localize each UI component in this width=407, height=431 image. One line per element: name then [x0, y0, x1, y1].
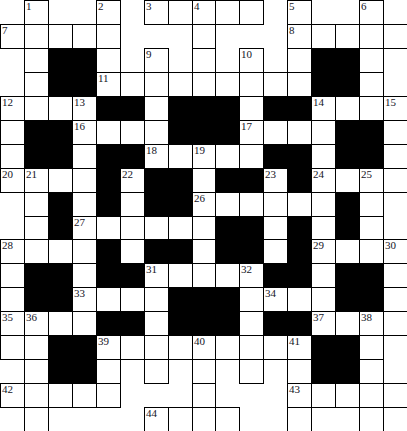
grid-cell[interactable] [24, 96, 49, 121]
clue-number: 8 [289, 25, 295, 36]
grid-cell[interactable]: 36 [24, 311, 49, 336]
clue-number: 12 [2, 97, 13, 108]
black-cell [335, 359, 360, 384]
grid-cell[interactable] [96, 287, 121, 312]
grid-cell[interactable] [48, 168, 73, 193]
grid-cell[interactable] [263, 120, 288, 145]
black-cell [192, 96, 216, 121]
black-cell [287, 311, 312, 336]
clue-number: 32 [241, 264, 252, 275]
grid-cell[interactable] [168, 263, 193, 288]
black-cell [215, 287, 240, 312]
grid-cell[interactable]: 14 [311, 96, 336, 121]
grid-cell[interactable]: 6 [359, 0, 384, 25]
grid-cell[interactable] [287, 407, 312, 431]
grid-cell[interactable]: 25 [359, 168, 384, 193]
black-cell [311, 359, 336, 384]
grid-cell[interactable]: 15 [383, 96, 407, 121]
grid-cell[interactable] [24, 72, 49, 97]
black-cell [359, 287, 384, 312]
grid-cell[interactable] [192, 407, 216, 431]
clue-number: 14 [313, 97, 324, 108]
clue-number: 13 [74, 97, 85, 108]
grid-cell[interactable]: 43 [287, 383, 312, 408]
black-cell [335, 192, 360, 217]
black-cell [263, 144, 288, 169]
grid-cell[interactable] [120, 239, 145, 264]
grid-cell[interactable] [144, 96, 169, 121]
grid-cell[interactable] [168, 72, 193, 97]
grid-cell[interactable] [215, 72, 240, 97]
grid-cell[interactable] [239, 359, 264, 384]
grid-cell[interactable]: 29 [311, 239, 336, 264]
black-cell [215, 168, 240, 193]
grid-cell[interactable] [311, 24, 336, 49]
grid-cell[interactable]: 19 [192, 144, 216, 169]
grid-cell[interactable] [24, 335, 49, 360]
grid-cell[interactable] [239, 144, 264, 169]
grid-cell[interactable] [168, 216, 193, 240]
grid-cell[interactable]: 2 [96, 0, 121, 25]
grid-cell[interactable] [263, 216, 288, 240]
black-cell [48, 287, 73, 312]
black-cell [48, 263, 73, 288]
clue-number: 35 [2, 312, 13, 323]
grid-cell[interactable] [239, 311, 264, 336]
grid-cell[interactable] [144, 335, 169, 360]
clue-number: 36 [26, 312, 37, 323]
grid-cell[interactable] [120, 120, 145, 145]
grid-cell[interactable] [192, 48, 216, 73]
black-cell [48, 192, 73, 217]
grid-cell[interactable] [239, 287, 264, 312]
grid-cell[interactable] [335, 24, 360, 49]
grid-cell[interactable] [120, 287, 145, 312]
black-cell [215, 96, 240, 121]
grid-cell[interactable] [144, 216, 169, 240]
clue-number: 41 [289, 336, 300, 347]
grid-cell[interactable]: 26 [192, 192, 216, 217]
grid-cell[interactable]: 30 [383, 239, 407, 264]
black-cell [96, 168, 121, 193]
clue-number: 17 [241, 121, 252, 132]
grid-cell[interactable] [192, 239, 216, 264]
black-cell [192, 311, 216, 336]
grid-cell[interactable] [215, 263, 240, 288]
grid-cell[interactable] [24, 383, 49, 408]
grid-cell[interactable] [96, 48, 121, 73]
black-cell [144, 192, 169, 217]
clue-number: 16 [74, 121, 85, 132]
black-cell [72, 48, 97, 73]
black-cell [239, 168, 264, 193]
grid-cell[interactable]: 12 [0, 96, 25, 121]
grid-cell[interactable] [120, 216, 145, 240]
clue-number: 33 [74, 288, 85, 299]
black-cell [48, 335, 73, 360]
grid-cell[interactable] [287, 48, 312, 73]
grid-cell[interactable] [359, 383, 384, 408]
grid-cell[interactable] [239, 96, 264, 121]
black-cell [144, 168, 169, 193]
grid-cell[interactable] [239, 335, 264, 360]
black-cell [287, 239, 312, 264]
grid-cell[interactable]: 40 [192, 335, 216, 360]
black-cell [168, 120, 193, 145]
clue-number: 23 [265, 169, 276, 180]
grid-cell[interactable] [383, 24, 407, 49]
grid-cell[interactable] [192, 24, 216, 49]
grid-cell[interactable]: 3 [144, 0, 169, 25]
clue-number: 22 [122, 169, 133, 180]
black-cell [24, 263, 49, 288]
grid-cell[interactable] [144, 120, 169, 145]
grid-cell[interactable] [359, 192, 384, 217]
grid-cell[interactable] [287, 72, 312, 97]
black-cell [96, 96, 121, 121]
grid-cell[interactable] [215, 0, 240, 25]
grid-cell[interactable] [144, 72, 169, 97]
black-cell [287, 216, 312, 240]
grid-cell[interactable] [24, 359, 49, 384]
grid-cell[interactable] [383, 383, 407, 408]
grid-cell[interactable]: 37 [311, 311, 336, 336]
grid-cell[interactable] [72, 263, 97, 288]
grid-cell[interactable] [335, 96, 360, 121]
black-cell [48, 216, 73, 240]
grid-cell[interactable] [287, 120, 312, 145]
grid-cell[interactable] [168, 144, 193, 169]
grid-cell[interactable]: 9 [144, 48, 169, 73]
clue-number: 26 [194, 193, 205, 204]
grid-cell[interactable]: 20 [0, 168, 25, 193]
clue-number: 34 [265, 288, 276, 299]
grid-cell[interactable] [359, 407, 384, 431]
grid-cell[interactable]: 7 [0, 24, 25, 49]
black-cell [239, 239, 264, 264]
grid-cell[interactable] [24, 407, 49, 431]
black-cell [335, 48, 360, 73]
clue-number: 42 [2, 384, 13, 395]
grid-cell[interactable] [120, 72, 145, 97]
grid-cell[interactable]: 28 [0, 239, 25, 264]
black-cell [48, 359, 73, 384]
grid-cell[interactable] [72, 383, 97, 408]
grid-cell[interactable] [72, 168, 97, 193]
grid-cell[interactable] [0, 120, 25, 145]
black-cell [215, 239, 240, 264]
clue-number: 2 [98, 1, 104, 12]
black-cell [335, 144, 360, 169]
grid-cell[interactable]: 33 [72, 287, 97, 312]
clue-number: 11 [98, 73, 109, 84]
grid-cell[interactable] [359, 24, 384, 49]
grid-cell[interactable] [168, 0, 193, 25]
black-cell [168, 287, 193, 312]
grid-cell[interactable]: 35 [0, 311, 25, 336]
grid-cell[interactable] [359, 335, 384, 360]
clue-number: 43 [289, 384, 300, 395]
clue-number: 15 [385, 97, 396, 108]
grid-cell[interactable] [359, 239, 384, 264]
black-cell [287, 263, 312, 288]
grid-cell[interactable] [192, 263, 216, 288]
grid-cell[interactable] [311, 263, 336, 288]
black-cell [72, 72, 97, 97]
black-cell [48, 120, 73, 145]
grid-cell[interactable] [383, 263, 407, 288]
grid-cell[interactable]: 13 [72, 96, 97, 121]
black-cell [168, 192, 193, 217]
grid-cell[interactable]: 10 [239, 48, 264, 73]
black-cell [168, 96, 193, 121]
grid-cell[interactable] [24, 24, 49, 49]
grid-cell[interactable] [335, 383, 360, 408]
grid-cell[interactable]: 23 [263, 168, 288, 193]
black-cell [311, 48, 336, 73]
grid-cell[interactable] [359, 216, 384, 240]
crossword-grid: 1234567891011121314151617181920212223242… [0, 0, 407, 431]
grid-cell[interactable] [72, 144, 97, 169]
grid-cell[interactable] [383, 311, 407, 336]
grid-cell[interactable] [144, 359, 169, 384]
black-cell [335, 72, 360, 97]
grid-cell[interactable] [287, 359, 312, 384]
grid-cell[interactable] [287, 192, 312, 217]
grid-cell[interactable] [383, 144, 407, 169]
grid-cell[interactable] [263, 335, 288, 360]
black-cell [48, 144, 73, 169]
grid-cell[interactable]: 41 [287, 335, 312, 360]
grid-cell[interactable] [215, 192, 240, 217]
grid-cell[interactable]: 16 [72, 120, 97, 145]
grid-cell[interactable]: 17 [239, 120, 264, 145]
grid-cell[interactable] [311, 383, 336, 408]
grid-cell[interactable] [96, 120, 121, 145]
black-cell [335, 120, 360, 145]
grid-cell[interactable] [359, 72, 384, 97]
black-cell [192, 287, 216, 312]
grid-cell[interactable] [144, 311, 169, 336]
black-cell [168, 168, 193, 193]
clue-number: 1 [26, 1, 32, 12]
grid-cell[interactable] [192, 72, 216, 97]
black-cell [311, 72, 336, 97]
grid-cell[interactable]: 44 [144, 407, 169, 431]
clue-number: 29 [313, 240, 324, 251]
grid-cell[interactable]: 24 [311, 168, 336, 193]
grid-cell[interactable] [335, 239, 360, 264]
black-cell [96, 263, 121, 288]
grid-cell[interactable] [359, 96, 384, 121]
black-cell [359, 144, 384, 169]
clue-number: 18 [146, 145, 157, 156]
grid-cell[interactable] [383, 120, 407, 145]
grid-cell[interactable] [48, 239, 73, 264]
grid-cell[interactable] [24, 192, 49, 217]
grid-cell[interactable] [0, 287, 25, 312]
grid-cell[interactable] [192, 168, 216, 193]
grid-cell[interactable]: 34 [263, 287, 288, 312]
grid-cell[interactable] [311, 216, 336, 240]
black-cell [192, 120, 216, 145]
grid-cell[interactable]: 11 [96, 72, 121, 97]
clue-number: 37 [313, 312, 324, 323]
black-cell [96, 144, 121, 169]
grid-cell[interactable]: 8 [287, 24, 312, 49]
clue-number: 38 [361, 312, 372, 323]
clue-number: 10 [241, 49, 252, 60]
grid-cell[interactable] [359, 359, 384, 384]
grid-cell[interactable] [239, 0, 264, 25]
clue-number: 27 [74, 217, 85, 228]
grid-cell[interactable] [96, 383, 121, 408]
black-cell [359, 263, 384, 288]
grid-cell[interactable] [120, 335, 145, 360]
grid-cell[interactable] [287, 287, 312, 312]
black-cell [287, 168, 312, 193]
grid-cell[interactable] [192, 359, 216, 384]
clue-number: 9 [146, 49, 152, 60]
black-cell [287, 96, 312, 121]
grid-cell[interactable] [215, 144, 240, 169]
grid-cell[interactable] [311, 120, 336, 145]
grid-cell[interactable] [383, 287, 407, 312]
clue-number: 24 [313, 169, 324, 180]
grid-cell[interactable] [48, 311, 73, 336]
black-cell [24, 144, 49, 169]
clue-number: 39 [98, 336, 109, 347]
clue-number: 44 [146, 408, 157, 419]
grid-cell[interactable] [0, 144, 25, 169]
grid-cell[interactable] [335, 168, 360, 193]
grid-cell[interactable]: 21 [24, 168, 49, 193]
black-cell [120, 263, 145, 288]
clue-number: 30 [385, 240, 396, 251]
black-cell [263, 311, 288, 336]
clue-number: 19 [194, 145, 205, 156]
clue-number: 7 [2, 25, 8, 36]
black-cell [168, 311, 193, 336]
black-cell [48, 48, 73, 73]
clue-number: 40 [194, 336, 205, 347]
grid-cell[interactable] [0, 263, 25, 288]
black-cell [96, 239, 121, 264]
clue-number: 31 [146, 264, 157, 275]
clue-number: 3 [146, 1, 152, 12]
grid-cell[interactable] [48, 24, 73, 49]
black-cell [215, 120, 240, 145]
grid-cell[interactable] [311, 144, 336, 169]
clue-number: 28 [2, 240, 13, 251]
black-cell [311, 335, 336, 360]
grid-cell[interactable] [263, 239, 288, 264]
grid-cell[interactable]: 39 [96, 335, 121, 360]
grid-cell[interactable] [24, 216, 49, 240]
black-cell [24, 120, 49, 145]
grid-cell[interactable] [168, 335, 193, 360]
clue-number: 6 [361, 1, 367, 12]
grid-cell[interactable] [359, 48, 384, 73]
grid-cell[interactable] [96, 24, 121, 49]
grid-cell[interactable] [24, 239, 49, 264]
black-cell [335, 287, 360, 312]
clue-number: 21 [26, 169, 37, 180]
grid-cell[interactable] [120, 192, 145, 217]
grid-cell[interactable] [48, 383, 73, 408]
grid-cell[interactable]: 32 [239, 263, 264, 288]
black-cell [263, 96, 288, 121]
grid-cell[interactable] [239, 192, 264, 217]
black-cell [239, 216, 264, 240]
grid-cell[interactable]: 38 [359, 311, 384, 336]
black-cell [287, 144, 312, 169]
grid-cell[interactable] [0, 335, 25, 360]
black-cell [359, 120, 384, 145]
black-cell [120, 311, 145, 336]
grid-cell[interactable] [24, 48, 49, 73]
grid-cell[interactable]: 18 [144, 144, 169, 169]
clue-number: 25 [361, 169, 372, 180]
black-cell [96, 192, 121, 217]
grid-cell[interactable] [215, 335, 240, 360]
grid-cell[interactable] [72, 311, 97, 336]
grid-cell[interactable] [72, 24, 97, 49]
black-cell [215, 216, 240, 240]
grid-cell[interactable]: 5 [287, 0, 312, 25]
grid-cell[interactable] [239, 72, 264, 97]
grid-cell[interactable] [72, 239, 97, 264]
grid-cell[interactable] [72, 192, 97, 217]
black-cell [96, 311, 121, 336]
page-background: 1234567891011121314151617181920212223242… [0, 0, 407, 431]
black-cell [168, 239, 193, 264]
grid-cell[interactable] [311, 192, 336, 217]
grid-cell[interactable] [48, 96, 73, 121]
grid-cell[interactable]: 27 [72, 216, 97, 240]
black-cell [48, 72, 73, 97]
grid-cell[interactable] [96, 359, 121, 384]
grid-cell[interactable]: 31 [144, 263, 169, 288]
grid-cell[interactable] [383, 168, 407, 193]
black-cell [120, 96, 145, 121]
black-cell [24, 287, 49, 312]
black-cell [72, 335, 97, 360]
grid-cell[interactable]: 4 [192, 0, 216, 25]
clue-number: 20 [2, 169, 13, 180]
grid-cell[interactable]: 22 [120, 168, 145, 193]
grid-cell[interactable]: 42 [0, 383, 25, 408]
black-cell [120, 144, 145, 169]
grid-cell[interactable] [311, 287, 336, 312]
black-cell [144, 239, 169, 264]
grid-cell[interactable] [192, 216, 216, 240]
black-cell [335, 263, 360, 288]
grid-cell[interactable] [215, 407, 240, 431]
grid-cell[interactable] [168, 407, 193, 431]
grid-cell[interactable] [144, 287, 169, 312]
grid-cell[interactable] [335, 311, 360, 336]
grid-cell[interactable] [96, 216, 121, 240]
black-cell [72, 359, 97, 384]
black-cell [215, 311, 240, 336]
clue-number: 4 [194, 1, 200, 12]
grid-cell[interactable]: 1 [24, 0, 49, 25]
grid-cell[interactable] [263, 72, 288, 97]
grid-cell[interactable] [192, 383, 216, 408]
black-cell [263, 263, 288, 288]
grid-cell[interactable] [263, 192, 288, 217]
